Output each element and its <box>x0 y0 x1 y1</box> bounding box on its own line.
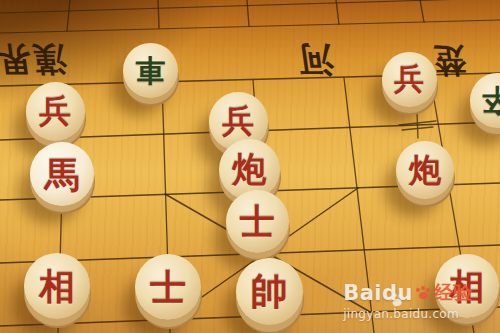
piece-red-e0: 帥 <box>236 258 303 325</box>
piece-red-c2: 馬 <box>30 142 94 206</box>
piece-red-g2: 炮 <box>396 141 454 199</box>
piece-character: 兵 <box>39 95 71 127</box>
piece-black-d4: 車 <box>123 43 178 98</box>
piece-character: 兵 <box>394 64 424 94</box>
piece-character: 帥 <box>251 273 288 310</box>
piece-character: 馬 <box>45 157 80 192</box>
piece-character: 士 <box>150 269 186 305</box>
baidu-paw-icon <box>416 286 431 300</box>
piece-red-c0: 相 <box>24 253 90 319</box>
piece-character: 士 <box>240 204 275 239</box>
rank-lines <box>0 0 500 33</box>
piece-red-g4: 兵 <box>382 52 437 107</box>
watermark-brand: Baidu <box>343 281 413 305</box>
piece-character: 相 <box>39 268 75 304</box>
watermark-url: jingyan.baidu.com <box>343 307 472 321</box>
piece-character: 兵 <box>222 105 254 137</box>
piece-character: 炮 <box>409 154 441 186</box>
xiangqi-photo: 漢界 河 楚 車兵卒兵兵炮炮馬士相相士帥 Baidu 经验 jingyan.ba… <box>0 0 500 333</box>
piece-character: 卒 <box>482 85 500 115</box>
piece-red-c3: 兵 <box>26 82 85 141</box>
watermark: Baidu 经验 jingyan.baidu.com <box>343 280 472 321</box>
river-text-he: 河 <box>293 36 337 83</box>
watermark-suffix: 经验 <box>434 280 472 306</box>
piece-red-d0: 士 <box>135 254 201 320</box>
piece-character: 車 <box>135 55 165 85</box>
river-text-hanjie: 漢界 <box>0 36 69 81</box>
piece-red-e1: 士 <box>226 190 289 253</box>
piece-character: 炮 <box>232 152 266 186</box>
watermark-row: Baidu 经验 <box>343 280 472 306</box>
